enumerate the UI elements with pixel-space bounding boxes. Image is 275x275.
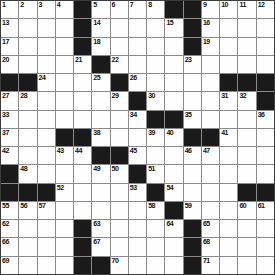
cell-r11c12[interactable] bbox=[202, 184, 219, 201]
clue-number: 25 bbox=[93, 74, 100, 82]
cell-r9c3[interactable] bbox=[38, 147, 55, 164]
cell-r9c8[interactable]: 45 bbox=[129, 147, 146, 164]
block-r14c5 bbox=[74, 238, 91, 255]
cell-r7c8[interactable]: 34 bbox=[129, 111, 146, 128]
cell-r15c7[interactable]: 70 bbox=[111, 257, 128, 274]
clue-number: 50 bbox=[112, 165, 119, 173]
block-r9c6 bbox=[92, 147, 109, 164]
cell-r13c7[interactable] bbox=[111, 220, 128, 237]
clue-number: 70 bbox=[112, 257, 119, 265]
clue-number: 57 bbox=[39, 202, 46, 210]
cell-r9c13[interactable] bbox=[220, 147, 237, 164]
cell-r9c4[interactable]: 43 bbox=[56, 147, 73, 164]
clue-number: 60 bbox=[239, 202, 246, 210]
cell-r15c13[interactable] bbox=[220, 257, 237, 274]
cell-r7c15[interactable]: 36 bbox=[257, 111, 274, 128]
cell-r12c5[interactable] bbox=[74, 202, 91, 219]
cell-r14c10[interactable] bbox=[165, 238, 182, 255]
cell-r14c6[interactable]: 67 bbox=[92, 238, 109, 255]
cell-r11c4[interactable]: 52 bbox=[56, 184, 73, 201]
clue-number: 52 bbox=[57, 184, 64, 192]
cell-r2c15[interactable] bbox=[257, 19, 274, 36]
cell-r15c9[interactable] bbox=[147, 257, 164, 274]
clue-number: 36 bbox=[258, 111, 265, 119]
cell-r1c14[interactable]: 11 bbox=[238, 1, 255, 18]
cell-r6c6[interactable] bbox=[92, 92, 109, 109]
cell-r10c5[interactable] bbox=[74, 165, 91, 182]
block-r11c2 bbox=[19, 184, 36, 201]
cell-r7c7[interactable] bbox=[111, 111, 128, 128]
cell-r3c15[interactable] bbox=[257, 38, 274, 55]
cell-r4c10[interactable] bbox=[165, 56, 182, 73]
cell-r15c15[interactable] bbox=[257, 257, 274, 274]
cell-r9c12[interactable]: 47 bbox=[202, 147, 219, 164]
cell-r15c10[interactable] bbox=[165, 257, 182, 274]
cell-r1c2[interactable]: 2 bbox=[19, 1, 36, 18]
cell-r9c10[interactable] bbox=[165, 147, 182, 164]
cell-r4c7[interactable]: 22 bbox=[111, 56, 128, 73]
cell-r14c15[interactable] bbox=[257, 238, 274, 255]
cell-r11c7[interactable] bbox=[111, 184, 128, 201]
cell-r10c4[interactable] bbox=[56, 165, 73, 182]
clue-number: 39 bbox=[148, 129, 155, 137]
cell-r14c8[interactable] bbox=[129, 238, 146, 255]
clue-number: 9 bbox=[203, 1, 206, 9]
clue-number: 2 bbox=[20, 1, 23, 9]
clue-number: 38 bbox=[93, 129, 100, 137]
cell-r1c12[interactable]: 9 bbox=[202, 1, 219, 18]
block-r13c5 bbox=[74, 220, 91, 237]
cell-r14c3[interactable] bbox=[38, 238, 55, 255]
cell-r4c15[interactable] bbox=[257, 56, 274, 73]
cell-r3c6[interactable]: 18 bbox=[92, 38, 109, 55]
block-r10c1 bbox=[1, 165, 18, 182]
cell-r8c8[interactable] bbox=[129, 129, 146, 146]
clue-number: 51 bbox=[148, 165, 155, 173]
clue-number: 42 bbox=[2, 147, 9, 155]
cell-r13c12[interactable]: 65 bbox=[202, 220, 219, 237]
cell-r2c2[interactable] bbox=[19, 19, 36, 36]
clue-number: 4 bbox=[57, 1, 60, 9]
clue-number: 45 bbox=[130, 147, 137, 155]
cell-r15c1[interactable]: 69 bbox=[1, 257, 18, 274]
cell-r4c2[interactable] bbox=[19, 56, 36, 73]
clue-number: 26 bbox=[130, 74, 137, 82]
cell-r3c10[interactable] bbox=[165, 38, 182, 55]
cell-r9c14[interactable] bbox=[238, 147, 255, 164]
cell-r12c14[interactable]: 60 bbox=[238, 202, 255, 219]
cell-r8c10[interactable]: 40 bbox=[165, 129, 182, 146]
cell-r7c5[interactable] bbox=[74, 111, 91, 128]
cell-r8c6[interactable]: 38 bbox=[92, 129, 109, 146]
clue-number: 12 bbox=[258, 1, 265, 9]
clue-number: 62 bbox=[2, 220, 9, 228]
cell-r12c9[interactable]: 58 bbox=[147, 202, 164, 219]
clue-number: 31 bbox=[221, 92, 228, 100]
block-r1c11 bbox=[184, 1, 201, 18]
cell-r10c13[interactable] bbox=[220, 165, 237, 182]
cell-r3c3[interactable] bbox=[38, 38, 55, 55]
cell-r4c4[interactable] bbox=[56, 56, 73, 73]
cell-r2c10[interactable]: 15 bbox=[165, 19, 182, 36]
block-r15c11 bbox=[184, 257, 201, 274]
block-r5c2 bbox=[19, 74, 36, 91]
cell-r2c8[interactable] bbox=[129, 19, 146, 36]
clue-number: 19 bbox=[203, 38, 210, 46]
cell-r1c7[interactable]: 6 bbox=[111, 1, 128, 18]
clue-number: 20 bbox=[2, 56, 9, 64]
cell-r2c6[interactable]: 14 bbox=[92, 19, 109, 36]
cell-r7c14[interactable] bbox=[238, 111, 255, 128]
clue-number: 14 bbox=[93, 19, 100, 27]
cell-r12c15[interactable]: 61 bbox=[257, 202, 274, 219]
clue-number: 16 bbox=[203, 19, 210, 27]
clue-number: 63 bbox=[93, 220, 100, 228]
block-r8c12 bbox=[202, 129, 219, 146]
clue-number: 29 bbox=[112, 92, 119, 100]
block-r11c1 bbox=[1, 184, 18, 201]
clue-number: 40 bbox=[166, 129, 173, 137]
clue-number: 24 bbox=[39, 74, 46, 82]
cell-r5c3[interactable]: 24 bbox=[38, 74, 55, 91]
cell-r4c9[interactable] bbox=[147, 56, 164, 73]
cell-r14c9[interactable] bbox=[147, 238, 164, 255]
clue-number: 10 bbox=[221, 1, 228, 9]
cell-r6c2[interactable]: 28 bbox=[19, 92, 36, 109]
cell-r10c15[interactable] bbox=[257, 165, 274, 182]
cell-r5c11[interactable] bbox=[184, 74, 201, 91]
cell-r5c5[interactable] bbox=[74, 74, 91, 91]
cell-r13c13[interactable] bbox=[220, 220, 237, 237]
cell-r15c4[interactable] bbox=[56, 257, 73, 274]
clue-number: 35 bbox=[185, 111, 192, 119]
block-r3c11 bbox=[184, 38, 201, 55]
cell-r12c6[interactable] bbox=[92, 202, 109, 219]
cell-r11c6[interactable] bbox=[92, 184, 109, 201]
clue-number: 58 bbox=[148, 202, 155, 210]
clue-number: 48 bbox=[20, 165, 27, 173]
block-r5c1 bbox=[1, 74, 18, 91]
cell-r4c11[interactable]: 23 bbox=[184, 56, 201, 73]
clue-number: 71 bbox=[203, 257, 210, 265]
cell-r2c1[interactable]: 13 bbox=[1, 19, 18, 36]
cell-r14c14[interactable] bbox=[238, 238, 255, 255]
block-r5c15 bbox=[257, 74, 274, 91]
block-r13c11 bbox=[184, 220, 201, 237]
cell-r1c6[interactable]: 5 bbox=[92, 1, 109, 18]
block-r11c15 bbox=[257, 184, 274, 201]
cell-r15c14[interactable] bbox=[238, 257, 255, 274]
cell-r2c12[interactable]: 16 bbox=[202, 19, 219, 36]
cell-r10c11[interactable] bbox=[184, 165, 201, 182]
cell-r6c11[interactable] bbox=[184, 92, 201, 109]
cell-r4c13[interactable] bbox=[220, 56, 237, 73]
clue-number: 30 bbox=[148, 92, 155, 100]
clue-number: 13 bbox=[2, 19, 9, 27]
cell-r1c3[interactable]: 3 bbox=[38, 1, 55, 18]
block-r2c11 bbox=[184, 19, 201, 36]
clue-number: 3 bbox=[39, 1, 42, 9]
clue-number: 22 bbox=[112, 56, 119, 64]
cell-r12c7[interactable] bbox=[111, 202, 128, 219]
block-r8c11 bbox=[184, 129, 201, 146]
cell-r12c3[interactable]: 57 bbox=[38, 202, 55, 219]
cell-r5c12[interactable] bbox=[202, 74, 219, 91]
cell-r4c3[interactable] bbox=[38, 56, 55, 73]
cell-r15c8[interactable] bbox=[129, 257, 146, 274]
cell-r14c2[interactable] bbox=[19, 238, 36, 255]
block-r11c9 bbox=[147, 184, 164, 201]
cell-r6c5[interactable] bbox=[74, 92, 91, 109]
cell-r7c6[interactable] bbox=[92, 111, 109, 128]
block-r6c8 bbox=[129, 92, 146, 109]
cell-r3c1[interactable]: 17 bbox=[1, 38, 18, 55]
cell-r9c1[interactable]: 42 bbox=[1, 147, 18, 164]
cell-r7c3[interactable] bbox=[38, 111, 55, 128]
clue-number: 23 bbox=[185, 56, 192, 64]
cell-r3c7[interactable] bbox=[111, 38, 128, 55]
cell-r6c4[interactable] bbox=[56, 92, 73, 109]
cell-r14c13[interactable] bbox=[220, 238, 237, 255]
cell-r10c14[interactable] bbox=[238, 165, 255, 182]
cell-r11c8[interactable]: 53 bbox=[129, 184, 146, 201]
cell-r6c14[interactable]: 32 bbox=[238, 92, 255, 109]
cell-r10c6[interactable]: 49 bbox=[92, 165, 109, 182]
cell-r13c3[interactable] bbox=[38, 220, 55, 237]
cell-r13c4[interactable] bbox=[56, 220, 73, 237]
clue-number: 21 bbox=[75, 56, 82, 64]
block-r10c8 bbox=[129, 165, 146, 182]
clue-number: 15 bbox=[166, 19, 173, 27]
cell-r11c10[interactable]: 54 bbox=[165, 184, 182, 201]
block-r1c5 bbox=[74, 1, 91, 18]
cell-r6c1[interactable]: 27 bbox=[1, 92, 18, 109]
cell-r2c4[interactable] bbox=[56, 19, 73, 36]
cell-r13c9[interactable] bbox=[147, 220, 164, 237]
clue-number: 67 bbox=[93, 238, 100, 246]
clue-number: 32 bbox=[239, 92, 246, 100]
block-r5c7 bbox=[111, 74, 128, 91]
cell-r6c13[interactable]: 31 bbox=[220, 92, 237, 109]
clue-number: 46 bbox=[185, 147, 192, 155]
cell-r9c2[interactable] bbox=[19, 147, 36, 164]
clue-number: 41 bbox=[221, 129, 228, 137]
clue-number: 27 bbox=[2, 92, 9, 100]
clue-number: 47 bbox=[203, 147, 210, 155]
cell-r15c2[interactable] bbox=[19, 257, 36, 274]
cell-r4c1[interactable]: 20 bbox=[1, 56, 18, 73]
cell-r2c7[interactable] bbox=[111, 19, 128, 36]
cell-r6c10[interactable] bbox=[165, 92, 182, 109]
clue-number: 49 bbox=[93, 165, 100, 173]
cell-r8c14[interactable] bbox=[238, 129, 255, 146]
cell-r1c1[interactable]: 1 bbox=[1, 1, 18, 18]
cell-r12c13[interactable] bbox=[220, 202, 237, 219]
cell-r4c5[interactable]: 21 bbox=[74, 56, 91, 73]
cell-r12c8[interactable] bbox=[129, 202, 146, 219]
cell-r4c14[interactable] bbox=[238, 56, 255, 73]
cell-r15c12[interactable]: 71 bbox=[202, 257, 219, 274]
clue-number: 17 bbox=[2, 38, 9, 46]
cell-r3c9[interactable] bbox=[147, 38, 164, 55]
cell-r6c3[interactable] bbox=[38, 92, 55, 109]
block-r2c5 bbox=[74, 19, 91, 36]
cell-r13c2[interactable] bbox=[19, 220, 36, 237]
cell-r2c3[interactable] bbox=[38, 19, 55, 36]
cell-r10c2[interactable]: 48 bbox=[19, 165, 36, 182]
clue-number: 7 bbox=[130, 1, 133, 9]
cell-r10c9[interactable]: 51 bbox=[147, 165, 164, 182]
block-r6c15 bbox=[257, 92, 274, 109]
cell-r13c15[interactable] bbox=[257, 220, 274, 237]
cell-r10c10[interactable] bbox=[165, 165, 182, 182]
cell-r14c4[interactable] bbox=[56, 238, 73, 255]
cell-r12c4[interactable] bbox=[56, 202, 73, 219]
clue-number: 61 bbox=[258, 202, 265, 210]
cell-r5c9[interactable] bbox=[147, 74, 164, 91]
cell-r3c2[interactable] bbox=[19, 38, 36, 55]
cell-r9c15[interactable] bbox=[257, 147, 274, 164]
cell-r6c9[interactable]: 30 bbox=[147, 92, 164, 109]
cell-r1c4[interactable]: 4 bbox=[56, 1, 73, 18]
cell-r14c7[interactable] bbox=[111, 238, 128, 255]
clue-number: 65 bbox=[203, 220, 210, 228]
cell-r1c9[interactable]: 8 bbox=[147, 1, 164, 18]
cell-r9c11[interactable]: 46 bbox=[184, 147, 201, 164]
cell-r13c1[interactable]: 62 bbox=[1, 220, 18, 237]
clue-number: 59 bbox=[185, 202, 192, 210]
cell-r11c11[interactable] bbox=[184, 184, 201, 201]
cell-r7c2[interactable] bbox=[19, 111, 36, 128]
cell-r13c10[interactable]: 64 bbox=[165, 220, 182, 237]
block-r5c13 bbox=[220, 74, 237, 91]
clue-number: 34 bbox=[130, 111, 137, 119]
cell-r14c12[interactable]: 68 bbox=[202, 238, 219, 255]
block-r5c14 bbox=[238, 74, 255, 91]
cell-r10c7[interactable]: 50 bbox=[111, 165, 128, 182]
cell-r11c13[interactable] bbox=[220, 184, 237, 201]
cell-r8c7[interactable] bbox=[111, 129, 128, 146]
cell-r12c1[interactable]: 55 bbox=[1, 202, 18, 219]
block-r11c14 bbox=[238, 184, 255, 201]
clue-number: 8 bbox=[148, 1, 151, 9]
cell-r6c7[interactable]: 29 bbox=[111, 92, 128, 109]
cell-r15c3[interactable] bbox=[38, 257, 55, 274]
cell-r8c2[interactable] bbox=[19, 129, 36, 146]
block-r3c5 bbox=[74, 38, 91, 55]
crossword-board: 1234567891011121314151617181920212223242… bbox=[0, 0, 275, 275]
block-r9c7 bbox=[111, 147, 128, 164]
cell-r10c12[interactable] bbox=[202, 165, 219, 182]
block-r14c11 bbox=[184, 238, 201, 255]
block-r15c6 bbox=[92, 257, 109, 274]
block-r8c4 bbox=[56, 129, 73, 146]
clue-number: 33 bbox=[2, 111, 9, 119]
clue-number: 18 bbox=[93, 38, 100, 46]
cell-r12c12[interactable] bbox=[202, 202, 219, 219]
cell-r3c8[interactable] bbox=[129, 38, 146, 55]
cell-r7c1[interactable]: 33 bbox=[1, 111, 18, 128]
cell-r8c13[interactable]: 41 bbox=[220, 129, 237, 146]
cell-r3c13[interactable] bbox=[220, 38, 237, 55]
clue-number: 37 bbox=[2, 129, 9, 137]
cell-r6c12[interactable] bbox=[202, 92, 219, 109]
cell-r8c9[interactable]: 39 bbox=[147, 129, 164, 146]
cell-r11c5[interactable] bbox=[74, 184, 91, 201]
clue-number: 64 bbox=[166, 220, 173, 228]
cell-r5c6[interactable]: 25 bbox=[92, 74, 109, 91]
cell-r12c2[interactable]: 56 bbox=[19, 202, 36, 219]
cell-r13c8[interactable] bbox=[129, 220, 146, 237]
cell-r1c13[interactable]: 10 bbox=[220, 1, 237, 18]
cell-r14c1[interactable]: 66 bbox=[1, 238, 18, 255]
cell-r7c11[interactable]: 35 bbox=[184, 111, 201, 128]
cell-r8c15[interactable] bbox=[257, 129, 274, 146]
clue-number: 69 bbox=[2, 257, 9, 265]
clue-number: 6 bbox=[112, 1, 115, 9]
block-r8c5 bbox=[74, 129, 91, 146]
cell-r9c5[interactable]: 44 bbox=[74, 147, 91, 164]
block-r12c10 bbox=[165, 202, 182, 219]
clue-number: 1 bbox=[2, 1, 5, 9]
clue-number: 43 bbox=[57, 147, 64, 155]
cell-r5c4[interactable] bbox=[56, 74, 73, 91]
cell-r4c12[interactable] bbox=[202, 56, 219, 73]
cell-r7c13[interactable] bbox=[220, 111, 237, 128]
cell-r9c9[interactable] bbox=[147, 147, 164, 164]
clue-number: 5 bbox=[93, 1, 96, 9]
cell-r3c4[interactable] bbox=[56, 38, 73, 55]
cell-r8c1[interactable]: 37 bbox=[1, 129, 18, 146]
clue-number: 68 bbox=[203, 238, 210, 246]
clue-number: 55 bbox=[2, 202, 9, 210]
cell-r5c8[interactable]: 26 bbox=[129, 74, 146, 91]
cell-r3c14[interactable] bbox=[238, 38, 255, 55]
block-r11c3 bbox=[38, 184, 55, 201]
cell-r13c6[interactable]: 63 bbox=[92, 220, 109, 237]
clue-number: 56 bbox=[20, 202, 27, 210]
block-r4c6 bbox=[92, 56, 109, 73]
cell-r2c14[interactable] bbox=[238, 19, 255, 36]
clue-number: 66 bbox=[2, 238, 9, 246]
cell-r13c14[interactable] bbox=[238, 220, 255, 237]
cell-r3c12[interactable]: 19 bbox=[202, 38, 219, 55]
cell-r4c8[interactable] bbox=[129, 56, 146, 73]
cell-r5c10[interactable] bbox=[165, 74, 182, 91]
cell-r12c11[interactable]: 59 bbox=[184, 202, 201, 219]
cell-r7c12[interactable] bbox=[202, 111, 219, 128]
block-r7c9 bbox=[147, 111, 164, 128]
cell-r2c13[interactable] bbox=[220, 19, 237, 36]
block-r1c10 bbox=[165, 1, 182, 18]
block-r15c5 bbox=[74, 257, 91, 274]
cell-r10c3[interactable] bbox=[38, 165, 55, 182]
clue-number: 11 bbox=[239, 1, 245, 9]
clue-number: 44 bbox=[75, 147, 82, 155]
clue-number: 54 bbox=[166, 184, 173, 192]
cell-r7c4[interactable] bbox=[56, 111, 73, 128]
clue-number: 53 bbox=[130, 184, 137, 192]
cell-r1c15[interactable]: 12 bbox=[257, 1, 274, 18]
block-r7c10 bbox=[165, 111, 182, 128]
clue-number: 28 bbox=[20, 92, 27, 100]
cell-r1c8[interactable]: 7 bbox=[129, 1, 146, 18]
cell-r2c9[interactable] bbox=[147, 19, 164, 36]
cell-r8c3[interactable] bbox=[38, 129, 55, 146]
